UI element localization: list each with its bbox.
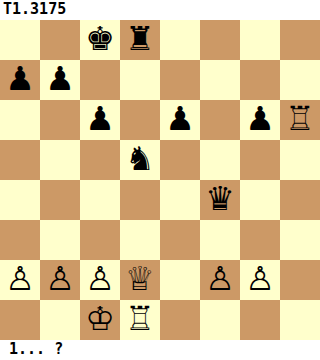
square-d6 <box>120 100 160 140</box>
square-h8 <box>280 20 320 60</box>
white-pawn-c2: ♙ <box>85 259 115 299</box>
black-pawn-a7: ♟ <box>5 59 35 99</box>
square-b4 <box>40 180 80 220</box>
white-rook-d1: ♖ <box>125 299 155 339</box>
square-h5 <box>280 140 320 180</box>
square-h1 <box>280 300 320 340</box>
square-e6: ♟ <box>160 100 200 140</box>
black-king-c8: ♚ <box>85 19 115 59</box>
black-queen-f4: ♛ <box>205 179 235 219</box>
square-b2: ♙ <box>40 260 80 300</box>
black-pawn-c6: ♟ <box>85 99 115 139</box>
black-rook-d8: ♜ <box>125 19 155 59</box>
square-e1 <box>160 300 200 340</box>
square-a5 <box>0 140 40 180</box>
white-pawn-f2: ♙ <box>205 259 235 299</box>
square-d8: ♜ <box>120 20 160 60</box>
black-pawn-g6: ♟ <box>245 99 275 139</box>
square-g4 <box>240 180 280 220</box>
white-pawn-a2: ♙ <box>5 259 35 299</box>
square-f6 <box>200 100 240 140</box>
square-b3 <box>40 220 80 260</box>
square-b8 <box>40 20 80 60</box>
square-b6 <box>40 100 80 140</box>
square-f7 <box>200 60 240 100</box>
square-h7 <box>280 60 320 100</box>
white-queen-d2: ♕ <box>125 259 155 299</box>
square-h6: ♖ <box>280 100 320 140</box>
chess-board: ♚♜♟♟♟♟♟♖♞♛♙♙♙♕♙♙♔♖ <box>0 20 320 340</box>
square-d3 <box>120 220 160 260</box>
square-g5 <box>240 140 280 180</box>
square-d4 <box>120 180 160 220</box>
square-d7 <box>120 60 160 100</box>
square-c4 <box>80 180 120 220</box>
white-pawn-g2: ♙ <box>245 259 275 299</box>
black-pawn-b7: ♟ <box>45 59 75 99</box>
puzzle-title: T1.3175 <box>0 0 320 20</box>
square-b7: ♟ <box>40 60 80 100</box>
square-c8: ♚ <box>80 20 120 60</box>
square-d2: ♕ <box>120 260 160 300</box>
square-c2: ♙ <box>80 260 120 300</box>
square-a3 <box>0 220 40 260</box>
square-g2: ♙ <box>240 260 280 300</box>
black-knight-d5: ♞ <box>125 139 155 179</box>
square-f1 <box>200 300 240 340</box>
white-pawn-b2: ♙ <box>45 259 75 299</box>
square-g3 <box>240 220 280 260</box>
square-f5 <box>200 140 240 180</box>
square-h2 <box>280 260 320 300</box>
square-c3 <box>80 220 120 260</box>
square-b5 <box>40 140 80 180</box>
square-g6: ♟ <box>240 100 280 140</box>
square-c6: ♟ <box>80 100 120 140</box>
square-a2: ♙ <box>0 260 40 300</box>
square-f3 <box>200 220 240 260</box>
square-h4 <box>280 180 320 220</box>
white-rook-h6: ♖ <box>285 99 315 139</box>
square-g8 <box>240 20 280 60</box>
square-a4 <box>0 180 40 220</box>
square-g7 <box>240 60 280 100</box>
square-e5 <box>160 140 200 180</box>
square-a6 <box>0 100 40 140</box>
square-e4 <box>160 180 200 220</box>
square-a7: ♟ <box>0 60 40 100</box>
square-a8 <box>0 20 40 60</box>
square-e8 <box>160 20 200 60</box>
square-c5 <box>80 140 120 180</box>
square-f4: ♛ <box>200 180 240 220</box>
square-d5: ♞ <box>120 140 160 180</box>
square-d1: ♖ <box>120 300 160 340</box>
square-c7 <box>80 60 120 100</box>
square-g1 <box>240 300 280 340</box>
move-prompt: 1... ? <box>0 340 320 360</box>
white-king-c1: ♔ <box>85 299 115 339</box>
square-e3 <box>160 220 200 260</box>
square-b1 <box>40 300 80 340</box>
black-pawn-e6: ♟ <box>165 99 195 139</box>
square-e2 <box>160 260 200 300</box>
square-f8 <box>200 20 240 60</box>
square-e7 <box>160 60 200 100</box>
square-h3 <box>280 220 320 260</box>
square-f2: ♙ <box>200 260 240 300</box>
square-a1 <box>0 300 40 340</box>
square-c1: ♔ <box>80 300 120 340</box>
